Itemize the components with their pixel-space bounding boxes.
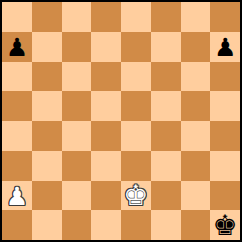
square-g3[interactable]	[181, 151, 211, 181]
square-f2[interactable]	[151, 181, 181, 211]
square-d2[interactable]	[91, 181, 121, 211]
square-b8[interactable]	[32, 2, 62, 32]
square-h2[interactable]	[210, 181, 240, 211]
square-a8[interactable]	[2, 2, 32, 32]
square-a1[interactable]	[2, 210, 32, 240]
square-b7[interactable]	[32, 32, 62, 62]
square-f3[interactable]	[151, 151, 181, 181]
square-c8[interactable]	[62, 2, 92, 32]
black-pawn-h7[interactable]: ♟	[214, 35, 236, 60]
square-b1[interactable]	[32, 210, 62, 240]
square-e7[interactable]	[121, 32, 151, 62]
square-e2[interactable]: ♚	[121, 181, 151, 211]
square-g4[interactable]	[181, 121, 211, 151]
square-f4[interactable]	[151, 121, 181, 151]
square-d6[interactable]	[91, 62, 121, 92]
square-f1[interactable]	[151, 210, 181, 240]
square-c6[interactable]	[62, 62, 92, 92]
square-g2[interactable]	[181, 181, 211, 211]
square-d4[interactable]	[91, 121, 121, 151]
square-h1[interactable]: ♚	[210, 210, 240, 240]
square-d1[interactable]	[91, 210, 121, 240]
square-b4[interactable]	[32, 121, 62, 151]
square-a4[interactable]	[2, 121, 32, 151]
square-f6[interactable]	[151, 62, 181, 92]
square-b2[interactable]	[32, 181, 62, 211]
square-g6[interactable]	[181, 62, 211, 92]
square-h6[interactable]	[210, 62, 240, 92]
square-d5[interactable]	[91, 91, 121, 121]
square-e6[interactable]	[121, 62, 151, 92]
black-king-h1[interactable]: ♚	[213, 212, 238, 240]
square-e3[interactable]	[121, 151, 151, 181]
square-b5[interactable]	[32, 91, 62, 121]
square-f5[interactable]	[151, 91, 181, 121]
square-c7[interactable]	[62, 32, 92, 62]
white-king-e2[interactable]: ♚	[123, 182, 148, 210]
square-c3[interactable]	[62, 151, 92, 181]
square-b6[interactable]	[32, 62, 62, 92]
square-c2[interactable]	[62, 181, 92, 211]
square-g5[interactable]	[181, 91, 211, 121]
square-a3[interactable]	[2, 151, 32, 181]
square-c4[interactable]	[62, 121, 92, 151]
square-c1[interactable]	[62, 210, 92, 240]
chess-board: ♟♟♟♚♚	[0, 0, 242, 242]
square-g7[interactable]	[181, 32, 211, 62]
square-c5[interactable]	[62, 91, 92, 121]
black-pawn-a7[interactable]: ♟	[6, 35, 28, 60]
square-d7[interactable]	[91, 32, 121, 62]
square-f7[interactable]	[151, 32, 181, 62]
square-h5[interactable]	[210, 91, 240, 121]
square-h3[interactable]	[210, 151, 240, 181]
square-h7[interactable]: ♟	[210, 32, 240, 62]
white-pawn-a2[interactable]: ♟	[6, 184, 28, 209]
square-e8[interactable]	[121, 2, 151, 32]
square-f8[interactable]	[151, 2, 181, 32]
square-d3[interactable]	[91, 151, 121, 181]
square-g8[interactable]	[181, 2, 211, 32]
square-a7[interactable]: ♟	[2, 32, 32, 62]
square-e5[interactable]	[121, 91, 151, 121]
square-a5[interactable]	[2, 91, 32, 121]
square-a2[interactable]: ♟	[2, 181, 32, 211]
square-d8[interactable]	[91, 2, 121, 32]
square-b3[interactable]	[32, 151, 62, 181]
square-a6[interactable]	[2, 62, 32, 92]
square-e1[interactable]	[121, 210, 151, 240]
square-g1[interactable]	[181, 210, 211, 240]
square-e4[interactable]	[121, 121, 151, 151]
square-h4[interactable]	[210, 121, 240, 151]
square-h8[interactable]	[210, 2, 240, 32]
